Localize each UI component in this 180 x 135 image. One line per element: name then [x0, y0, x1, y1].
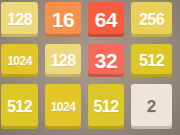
game-2048-screen: 128166425610241283251251210245122 — [0, 0, 180, 135]
tile-128: 128 — [1, 2, 38, 37]
tile-512: 512 — [88, 84, 124, 129]
tile-32: 32 — [88, 44, 124, 77]
tile-512: 512 — [131, 44, 172, 77]
tile-16: 16 — [45, 2, 81, 37]
tile-512: 512 — [1, 84, 38, 129]
tile-1024: 1024 — [1, 44, 38, 77]
tile-256: 256 — [131, 2, 172, 37]
tile-64: 64 — [88, 2, 124, 37]
tile-2: 2 — [131, 84, 172, 129]
game-board[interactable]: 128166425610241283251251210245122 — [0, 0, 180, 135]
tile-128: 128 — [45, 44, 81, 77]
tile-1024: 1024 — [45, 84, 81, 129]
